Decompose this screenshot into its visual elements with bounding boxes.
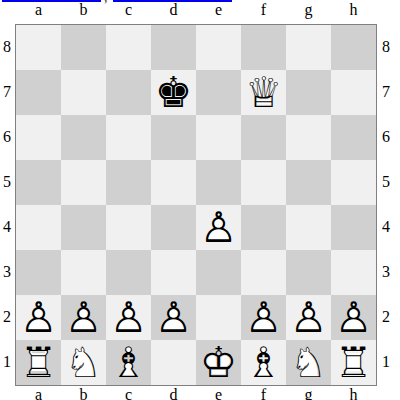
file-label-f-bottom: f (241, 386, 286, 400)
square-b1[interactable]: ♞♘ (61, 340, 106, 385)
file-labels-top: abcdefgh (16, 1, 376, 19)
rank-label-5-left: 5 (0, 159, 14, 204)
file-label-b-bottom: b (61, 386, 106, 400)
square-g3[interactable] (286, 250, 331, 295)
square-a3[interactable] (16, 250, 61, 295)
square-g4[interactable] (286, 205, 331, 250)
square-d7[interactable]: ♚ (151, 70, 196, 115)
square-h7[interactable] (331, 70, 376, 115)
file-label-c-bottom: c (106, 386, 151, 400)
rank-label-4-right: 4 (379, 204, 393, 249)
square-b5[interactable] (61, 160, 106, 205)
square-a6[interactable] (16, 115, 61, 160)
square-b6[interactable] (61, 115, 106, 160)
piece-white-rook-a1: ♜♖ (16, 340, 61, 385)
square-h6[interactable] (331, 115, 376, 160)
square-e2[interactable] (196, 295, 241, 340)
square-b4[interactable] (61, 205, 106, 250)
piece-white-rook-h1: ♜♖ (331, 340, 376, 385)
piece-white-bishop-f1: ♝♗ (241, 340, 286, 385)
piece-white-king-e1: ♚♔ (196, 340, 241, 385)
file-label-d-bottom: d (151, 386, 196, 400)
square-a1[interactable]: ♜♖ (16, 340, 61, 385)
piece-white-pawn-d2: ♟♙ (151, 295, 196, 340)
square-h5[interactable] (331, 160, 376, 205)
rank-labels-left: 87654321 (0, 24, 14, 384)
piece-white-pawn-c2: ♟♙ (106, 295, 151, 340)
rank-label-1-left: 1 (0, 339, 14, 384)
square-f6[interactable] (241, 115, 286, 160)
rank-label-2-left: 2 (0, 294, 14, 339)
square-e8[interactable] (196, 25, 241, 70)
square-f5[interactable] (241, 160, 286, 205)
square-d2[interactable]: ♟♙ (151, 295, 196, 340)
square-e1[interactable]: ♚♔ (196, 340, 241, 385)
rank-label-8-left: 8 (0, 24, 14, 69)
square-h2[interactable]: ♟♙ (331, 295, 376, 340)
rank-label-6-right: 6 (379, 114, 393, 159)
rank-label-4-left: 4 (0, 204, 14, 249)
square-h4[interactable] (331, 205, 376, 250)
square-g8[interactable] (286, 25, 331, 70)
square-c3[interactable] (106, 250, 151, 295)
square-a7[interactable] (16, 70, 61, 115)
piece-white-pawn-b2: ♟♙ (61, 295, 106, 340)
square-d1[interactable] (151, 340, 196, 385)
square-b3[interactable] (61, 250, 106, 295)
square-c4[interactable] (106, 205, 151, 250)
rank-label-6-left: 6 (0, 114, 14, 159)
square-e5[interactable] (196, 160, 241, 205)
square-c7[interactable] (106, 70, 151, 115)
piece-white-bishop-c1: ♝♗ (106, 340, 151, 385)
square-f1[interactable]: ♝♗ (241, 340, 286, 385)
file-label-g-top: g (286, 1, 331, 19)
piece-white-pawn-e4: ♟♙ (196, 205, 241, 250)
square-e4[interactable]: ♟♙ (196, 205, 241, 250)
square-b7[interactable] (61, 70, 106, 115)
square-g7[interactable] (286, 70, 331, 115)
file-label-c-top: c (106, 1, 151, 19)
square-g6[interactable] (286, 115, 331, 160)
rank-label-8-right: 8 (379, 24, 393, 69)
piece-white-pawn-a2: ♟♙ (16, 295, 61, 340)
square-h8[interactable] (331, 25, 376, 70)
square-b8[interactable] (61, 25, 106, 70)
rank-labels-right: 87654321 (379, 24, 393, 384)
square-c8[interactable] (106, 25, 151, 70)
square-f3[interactable] (241, 250, 286, 295)
square-b2[interactable]: ♟♙ (61, 295, 106, 340)
square-a8[interactable] (16, 25, 61, 70)
piece-white-pawn-g2: ♟♙ (286, 295, 331, 340)
file-label-a-top: a (16, 1, 61, 19)
square-c5[interactable] (106, 160, 151, 205)
square-f8[interactable] (241, 25, 286, 70)
piece-white-knight-b1: ♞♘ (61, 340, 106, 385)
piece-white-queen-f7: ♛♕ (241, 70, 286, 115)
rank-label-3-left: 3 (0, 249, 14, 294)
file-label-d-top: d (151, 1, 196, 19)
rank-label-7-left: 7 (0, 69, 14, 114)
square-c6[interactable] (106, 115, 151, 160)
piece-white-pawn-f2: ♟♙ (241, 295, 286, 340)
piece-white-knight-g1: ♞♘ (286, 340, 331, 385)
square-f2[interactable]: ♟♙ (241, 295, 286, 340)
file-label-a-bottom: a (16, 386, 61, 400)
rank-label-1-right: 1 (379, 339, 393, 384)
square-f7[interactable]: ♛♕ (241, 70, 286, 115)
square-d8[interactable] (151, 25, 196, 70)
square-h1[interactable]: ♜♖ (331, 340, 376, 385)
square-g1[interactable]: ♞♘ (286, 340, 331, 385)
square-a5[interactable] (16, 160, 61, 205)
square-h3[interactable] (331, 250, 376, 295)
square-e7[interactable] (196, 70, 241, 115)
rank-label-2-right: 2 (379, 294, 393, 339)
file-label-e-top: e (196, 1, 241, 19)
piece-black-king-d7: ♚ (151, 70, 196, 115)
file-label-e-bottom: e (196, 386, 241, 400)
square-d4[interactable] (151, 205, 196, 250)
file-label-h-bottom: h (331, 386, 376, 400)
square-c1[interactable]: ♝♗ (106, 340, 151, 385)
square-g5[interactable] (286, 160, 331, 205)
rank-label-5-right: 5 (379, 159, 393, 204)
square-a4[interactable] (16, 205, 61, 250)
rank-label-7-right: 7 (379, 69, 393, 114)
square-d3[interactable] (151, 250, 196, 295)
piece-white-pawn-h2: ♟♙ (331, 295, 376, 340)
rank-label-3-right: 3 (379, 249, 393, 294)
chess-board: ♚♛♕♟♙♟♙♟♙♟♙♟♙♟♙♟♙♟♙♜♖♞♘♝♗♚♔♝♗♞♘♜♖ (15, 24, 377, 386)
square-f4[interactable] (241, 205, 286, 250)
square-e3[interactable] (196, 250, 241, 295)
file-label-h-top: h (331, 1, 376, 19)
file-label-f-top: f (241, 1, 286, 19)
square-d5[interactable] (151, 160, 196, 205)
square-d6[interactable] (151, 115, 196, 160)
square-c2[interactable]: ♟♙ (106, 295, 151, 340)
square-e6[interactable] (196, 115, 241, 160)
square-g2[interactable]: ♟♙ (286, 295, 331, 340)
file-label-b-top: b (61, 1, 106, 19)
file-label-g-bottom: g (286, 386, 331, 400)
file-labels-bottom: abcdefgh (16, 386, 376, 400)
square-a2[interactable]: ♟♙ (16, 295, 61, 340)
